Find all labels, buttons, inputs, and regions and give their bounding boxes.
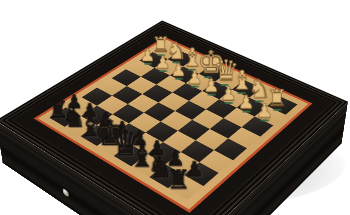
- drawer-knob: [63, 188, 70, 198]
- scene: ♜♞♝♛♚♝♞♜♟♟♟♟♟♟♟♟♟♟♟♟♟♟♟♟♜♞♝♛♚♝♞♜: [0, 0, 350, 215]
- product-photo: ♜♞♝♛♚♝♞♜♟♟♟♟♟♟♟♟♟♟♟♟♟♟♟♟♜♞♝♛♚♝♞♜: [0, 0, 350, 215]
- chess-case-top: ♜♞♝♛♚♝♞♜♟♟♟♟♟♟♟♟♟♟♟♟♟♟♟♟♜♞♝♛♚♝♞♜: [0, 21, 348, 215]
